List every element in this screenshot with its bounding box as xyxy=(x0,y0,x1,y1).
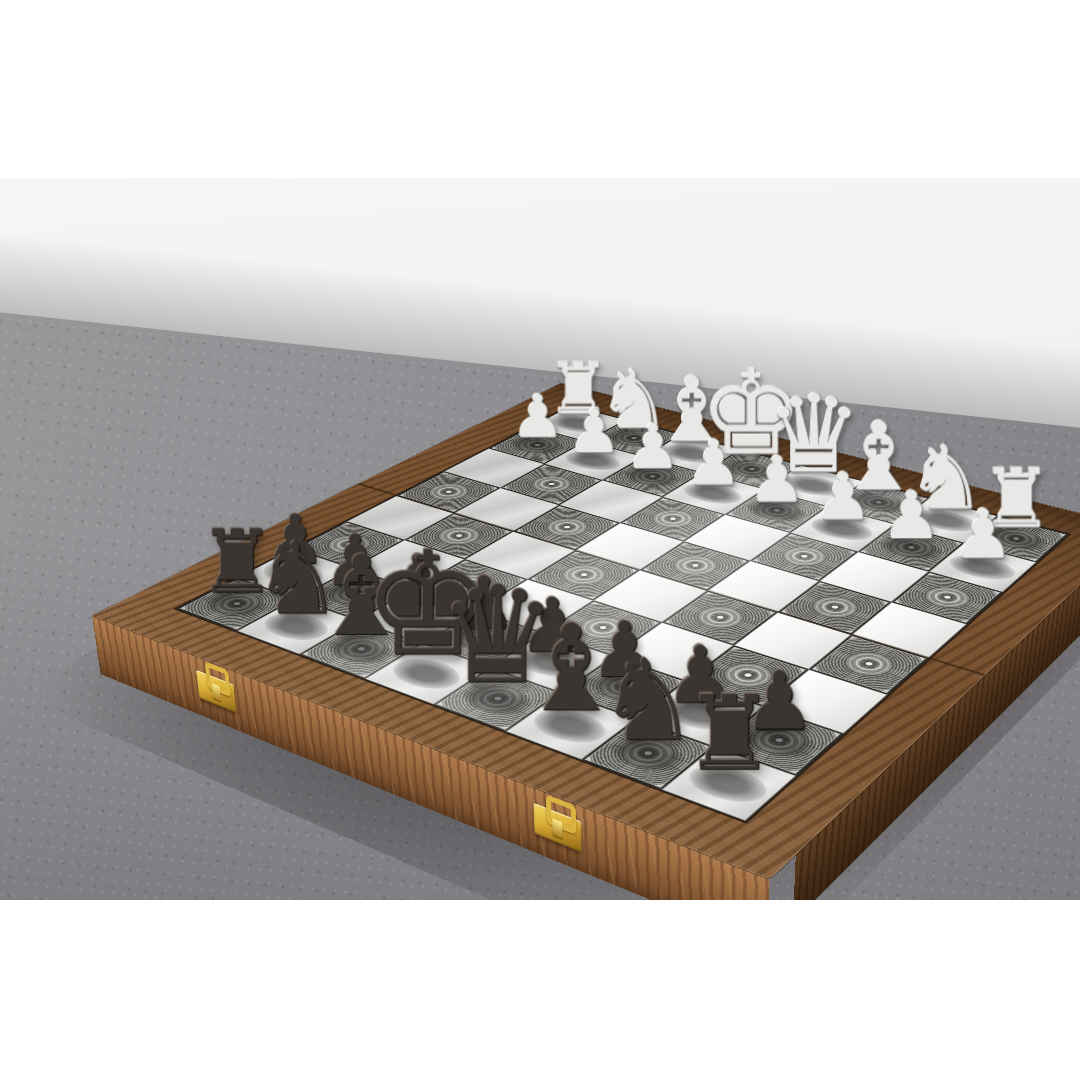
brass-latch-2[interactable] xyxy=(533,803,581,853)
product-photo: ♜♞♝♛♚♝♞♜♟♟♟♟♟♟♟♟♜♞♝♛♚♝♞♜♟♟♟♟♟♟♟♟ xyxy=(0,0,1080,1080)
piece-black-rook-a8[interactable]: ♜ xyxy=(619,685,839,783)
brass-latch-1[interactable] xyxy=(196,670,237,713)
letterbox-top xyxy=(0,0,1080,178)
letterbox-bottom xyxy=(0,900,1080,1080)
photo-area: ♜♞♝♛♚♝♞♜♟♟♟♟♟♟♟♟♜♞♝♛♚♝♞♜♟♟♟♟♟♟♟♟ xyxy=(0,178,1080,900)
chess-box-scene: ♜♞♝♛♚♝♞♜♟♟♟♟♟♟♟♟♜♞♝♛♚♝♞♜♟♟♟♟♟♟♟♟ xyxy=(264,194,1016,900)
